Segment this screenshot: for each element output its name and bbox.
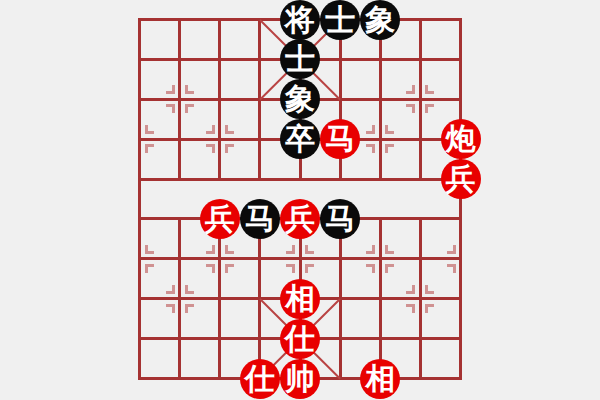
point-marker	[305, 245, 314, 254]
point-marker	[145, 144, 154, 153]
xiangqi-board[interactable]: 将士象士象卒马炮兵兵马兵马相仕仕帅相	[138, 18, 462, 380]
point-marker	[385, 144, 394, 153]
grid-file-line	[419, 18, 422, 181]
point-marker	[425, 285, 434, 294]
point-marker	[406, 85, 415, 94]
red-general[interactable]: 帅	[280, 359, 320, 399]
point-marker	[206, 264, 215, 273]
grid-file-line	[379, 18, 382, 181]
point-marker	[166, 285, 175, 294]
point-marker	[366, 144, 375, 153]
point-marker	[447, 245, 456, 254]
point-marker	[406, 104, 415, 113]
point-marker	[425, 304, 434, 313]
red-elephant[interactable]: 相	[280, 279, 320, 319]
point-marker	[166, 85, 175, 94]
red-soldier[interactable]: 兵	[200, 199, 240, 239]
point-marker	[385, 264, 394, 273]
red-cannon[interactable]: 炮	[441, 119, 481, 159]
point-marker	[206, 245, 215, 254]
point-marker	[145, 264, 154, 273]
point-marker	[166, 104, 175, 113]
point-marker	[185, 304, 194, 313]
red-soldier[interactable]: 兵	[280, 199, 320, 239]
point-marker	[145, 125, 154, 134]
grid-file-line	[419, 217, 422, 380]
black-advisor[interactable]: 士	[280, 39, 320, 79]
point-marker	[425, 104, 434, 113]
red-horse[interactable]: 马	[320, 119, 360, 159]
point-marker	[225, 245, 234, 254]
black-advisor[interactable]: 士	[320, 0, 360, 40]
black-elephant[interactable]: 象	[360, 0, 400, 40]
grid-file-line	[218, 18, 221, 181]
point-marker	[366, 245, 375, 254]
point-marker	[206, 125, 215, 134]
point-marker	[425, 85, 434, 94]
black-elephant[interactable]: 象	[280, 79, 320, 119]
xiangqi-screen: 将士象士象卒马炮兵兵马兵马相仕仕帅相	[0, 0, 600, 400]
grid-file-line	[379, 217, 382, 380]
point-marker	[206, 144, 215, 153]
grid-file-line	[218, 217, 221, 380]
grid-file-line	[178, 18, 181, 181]
point-marker	[185, 85, 194, 94]
point-marker	[225, 125, 234, 134]
point-marker	[406, 285, 415, 294]
point-marker	[305, 264, 314, 273]
black-horse[interactable]: 马	[320, 199, 360, 239]
point-marker	[185, 104, 194, 113]
point-marker	[286, 264, 295, 273]
grid-file-line	[178, 217, 181, 380]
point-marker	[385, 125, 394, 134]
red-advisor[interactable]: 仕	[240, 359, 280, 399]
point-marker	[366, 264, 375, 273]
black-horse[interactable]: 马	[240, 199, 280, 239]
red-advisor[interactable]: 仕	[280, 319, 320, 359]
red-elephant[interactable]: 相	[360, 359, 400, 399]
point-marker	[145, 245, 154, 254]
point-marker	[406, 304, 415, 313]
point-marker	[225, 264, 234, 273]
point-marker	[286, 245, 295, 254]
point-marker	[447, 264, 456, 273]
black-general[interactable]: 将	[280, 0, 320, 40]
point-marker	[185, 285, 194, 294]
point-marker	[385, 245, 394, 254]
grid-file-line	[138, 18, 141, 380]
red-soldier[interactable]: 兵	[441, 159, 481, 199]
black-soldier[interactable]: 卒	[280, 119, 320, 159]
point-marker	[166, 304, 175, 313]
point-marker	[366, 125, 375, 134]
point-marker	[225, 144, 234, 153]
